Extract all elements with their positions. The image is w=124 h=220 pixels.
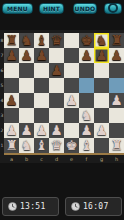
square-h4[interactable]: ♟	[109, 93, 124, 108]
square-a4[interactable]: ♟	[4, 93, 19, 108]
square-a3[interactable]	[4, 108, 19, 123]
piece-wk-e1[interactable]: ♚	[64, 138, 79, 153]
square-e2[interactable]	[64, 123, 79, 138]
square-g4[interactable]	[94, 93, 109, 108]
file-label-f: f	[79, 155, 94, 163]
piece-bb-c8[interactable]: ♝	[34, 33, 49, 48]
square-d6[interactable]: ♟	[49, 63, 64, 78]
menu-button[interactable]: MENU	[2, 3, 33, 14]
square-d1[interactable]: ♛	[49, 138, 64, 153]
file-label-e: e	[64, 155, 79, 163]
clock-bar: 13:51 16:07	[2, 197, 122, 217]
clock-icon	[71, 202, 80, 211]
hint-button[interactable]: HINT	[39, 3, 64, 14]
toolbar: MENU HINT UNDO	[2, 2, 122, 14]
square-a5[interactable]	[4, 78, 19, 93]
square-c2[interactable]: ♟	[34, 123, 49, 138]
piece-wb-c1[interactable]: ♝	[34, 138, 49, 153]
piece-wn-b1[interactable]: ♞	[19, 138, 34, 153]
piece-wp-g2[interactable]: ♟	[94, 123, 109, 138]
file-label-h: h	[109, 155, 124, 163]
square-h7[interactable]: ♟	[109, 48, 124, 63]
square-b5[interactable]	[19, 78, 34, 93]
square-d3[interactable]	[49, 108, 64, 123]
square-f5[interactable]	[79, 78, 94, 93]
square-g2[interactable]: ♟	[94, 123, 109, 138]
square-b2[interactable]: ♟	[19, 123, 34, 138]
square-c4[interactable]	[34, 93, 49, 108]
piece-wp-a2[interactable]: ♟	[4, 123, 19, 138]
square-g8[interactable]: ♞	[94, 33, 109, 48]
piece-bq-d8[interactable]: ♛	[49, 33, 64, 48]
piece-bp-f7[interactable]: ♟	[79, 48, 94, 63]
square-a1[interactable]: ♜	[4, 138, 19, 153]
square-h1[interactable]: ♜	[109, 138, 124, 153]
undo-button[interactable]: UNDO	[73, 3, 97, 14]
square-g1[interactable]	[94, 138, 109, 153]
piece-br-a8[interactable]: ♜	[4, 33, 19, 48]
square-h5[interactable]	[109, 78, 124, 93]
square-e4[interactable]: ♟	[64, 93, 79, 108]
square-e5[interactable]	[64, 78, 79, 93]
file-label-b: b	[19, 155, 34, 163]
square-f7[interactable]: ♟	[79, 48, 94, 63]
square-f1[interactable]: ♝	[79, 138, 94, 153]
piece-br-h8[interactable]: ♜	[109, 33, 124, 48]
square-f4[interactable]	[79, 93, 94, 108]
piece-bp-a4[interactable]: ♟	[4, 93, 19, 108]
square-c5[interactable]	[34, 78, 49, 93]
right-clock-time: 16:07	[83, 202, 109, 211]
file-label-g: g	[94, 155, 109, 163]
square-g7[interactable]: ♟	[94, 48, 109, 63]
piece-wr-a1[interactable]: ♜	[4, 138, 19, 153]
square-c8[interactable]: ♝	[34, 33, 49, 48]
square-b6[interactable]	[19, 63, 34, 78]
piece-wq-d1[interactable]: ♛	[49, 138, 64, 153]
piece-wp-b2[interactable]: ♟	[19, 123, 34, 138]
clock-icon	[8, 202, 17, 211]
square-h3[interactable]	[109, 108, 124, 123]
square-e7[interactable]	[64, 48, 79, 63]
right-clock-panel: 16:07	[65, 197, 122, 216]
piece-wn-f3[interactable]: ♞	[79, 108, 94, 123]
piece-bn-g8[interactable]: ♞	[94, 33, 109, 48]
square-d4[interactable]	[49, 93, 64, 108]
square-h2[interactable]	[109, 123, 124, 138]
square-d2[interactable]: ♟	[49, 123, 64, 138]
square-b8[interactable]: ♞	[19, 33, 34, 48]
piece-bp-b7[interactable]: ♟	[19, 48, 34, 63]
square-f2[interactable]: ♟	[79, 123, 94, 138]
square-a8[interactable]: ♜	[4, 33, 19, 48]
piece-bn-b8[interactable]: ♞	[19, 33, 34, 48]
square-a2[interactable]: ♟	[4, 123, 19, 138]
square-b7[interactable]: ♟	[19, 48, 34, 63]
piece-wp-c2[interactable]: ♟	[34, 123, 49, 138]
piece-bp-d6[interactable]: ♟	[49, 63, 64, 78]
square-c6[interactable]	[34, 63, 49, 78]
file-label-c: c	[34, 155, 49, 163]
square-b1[interactable]: ♞	[19, 138, 34, 153]
square-d5[interactable]	[49, 78, 64, 93]
piece-wp-e4[interactable]: ♟	[64, 93, 79, 108]
square-f3[interactable]: ♞	[79, 108, 94, 123]
ring-icon	[108, 3, 118, 13]
square-c3[interactable]	[34, 108, 49, 123]
piece-wb-f1[interactable]: ♝	[79, 138, 94, 153]
piece-bp-a7[interactable]: ♟	[4, 48, 19, 63]
square-f6[interactable]	[79, 63, 94, 78]
board-grid: ♜♞♝♛♚♞♜♟♟♟♟♟♟♟♟♟♟♞♟♟♟♟♟♟♜♞♝♛♚♝♜	[4, 33, 124, 153]
square-g6[interactable]	[94, 63, 109, 78]
piece-bk-f8[interactable]: ♚	[79, 33, 94, 48]
square-d8[interactable]: ♛	[49, 33, 64, 48]
piece-bp-g7[interactable]: ♟	[94, 48, 109, 63]
square-h8[interactable]: ♜	[109, 33, 124, 48]
file-label-a: a	[4, 155, 19, 163]
piece-wp-d2[interactable]: ♟	[49, 123, 64, 138]
square-e6[interactable]	[64, 63, 79, 78]
square-f8[interactable]: ♚	[79, 33, 94, 48]
square-e3[interactable]	[64, 108, 79, 123]
piece-bp-h7[interactable]: ♟	[109, 48, 124, 63]
file-labels: abcdefgh	[4, 155, 124, 163]
square-a6[interactable]	[4, 63, 19, 78]
square-b4[interactable]	[19, 93, 34, 108]
square-g3[interactable]	[94, 108, 109, 123]
settings-button[interactable]	[104, 3, 122, 14]
file-label-d: d	[49, 155, 64, 163]
piece-wp-f2[interactable]: ♟	[79, 123, 94, 138]
square-c1[interactable]: ♝	[34, 138, 49, 153]
chess-board: 87654321 ♜♞♝♛♚♞♜♟♟♟♟♟♟♟♟♟♟♞♟♟♟♟♟♟♜♞♝♛♚♝♜…	[0, 30, 124, 163]
square-g5[interactable]	[94, 78, 109, 93]
square-b3[interactable]	[19, 108, 34, 123]
left-clock-time: 13:51	[20, 202, 46, 211]
square-d7[interactable]	[49, 48, 64, 63]
square-c7[interactable]: ♟	[34, 48, 49, 63]
piece-wp-h4[interactable]: ♟	[109, 93, 124, 108]
left-clock-panel: 13:51	[2, 197, 59, 216]
square-h6[interactable]	[109, 63, 124, 78]
square-e8[interactable]	[64, 33, 79, 48]
piece-wr-h1[interactable]: ♜	[109, 138, 124, 153]
square-a7[interactable]: ♟	[4, 48, 19, 63]
square-e1[interactable]: ♚	[64, 138, 79, 153]
piece-bp-c7[interactable]: ♟	[34, 48, 49, 63]
